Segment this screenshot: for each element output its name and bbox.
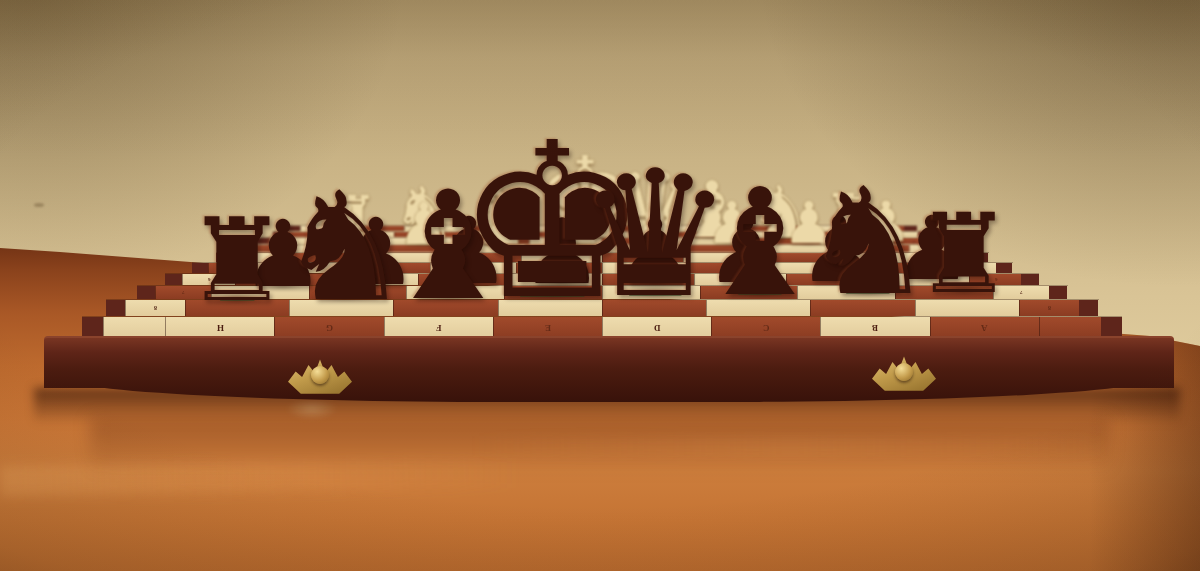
piece-black-rook-h8[interactable]: ♜: [185, 203, 288, 318]
brass-clasp-right: [872, 354, 936, 394]
board-frame: [1101, 317, 1122, 338]
coordinate-label: 7: [1020, 290, 1023, 295]
coordinate-label: 8: [154, 305, 157, 311]
board-frame: [1079, 300, 1099, 316]
board-border-corner: [103, 317, 165, 338]
board-frame: [82, 317, 103, 338]
board-border-cell: 8: [125, 300, 185, 316]
board-frame: [137, 286, 156, 299]
piece-black-rook-a8[interactable]: ♜: [915, 199, 1014, 309]
coordinate-label: 8: [1048, 305, 1051, 311]
board-border-corner: [1039, 317, 1101, 338]
board-frame: [165, 274, 182, 285]
board-frame: [1049, 286, 1068, 299]
board-frame: [1021, 274, 1038, 285]
board-frame: [106, 300, 126, 316]
file-label-cell: A: [930, 317, 1039, 338]
clasp-knob-icon: [895, 363, 913, 381]
chess-photo-scene: HGFEDCBA8877665544332211HGFEDCBA ♜♞♝♚♛♝♞…: [0, 0, 1200, 571]
clasp-knob-icon: [311, 366, 329, 384]
brass-clasp-left: [288, 357, 352, 397]
coordinate-label: 7: [182, 290, 185, 295]
board-border-cell: 8: [1019, 300, 1079, 316]
coordinate-label: A: [981, 323, 988, 332]
